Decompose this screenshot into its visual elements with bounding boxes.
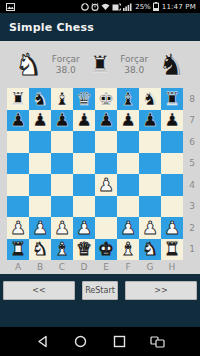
square-h2[interactable]: ♟ bbox=[161, 217, 183, 239]
square-g1[interactable]: ♞ bbox=[139, 239, 161, 261]
square-f8[interactable]: ♝ bbox=[117, 88, 139, 110]
square-f4[interactable] bbox=[117, 174, 139, 196]
square-d1[interactable]: ♛ bbox=[73, 239, 95, 261]
piece-white-rook: ♜ bbox=[10, 240, 26, 258]
piece-white-rook: ♜ bbox=[164, 240, 180, 258]
square-c1[interactable]: ♝ bbox=[51, 239, 73, 261]
piece-black-knight: ♞ bbox=[142, 90, 158, 108]
square-d7[interactable]: ♟ bbox=[73, 110, 95, 132]
square-b8[interactable]: ♞ bbox=[29, 88, 51, 110]
square-c4[interactable] bbox=[51, 174, 73, 196]
piece-white-pawn: ♟ bbox=[98, 176, 114, 194]
piece-black-queen: ♛ bbox=[76, 90, 92, 108]
data-saver-icon bbox=[81, 3, 89, 11]
square-d3[interactable] bbox=[73, 196, 95, 218]
square-a8[interactable]: ♜ bbox=[7, 88, 29, 110]
undo-button[interactable]: << bbox=[3, 281, 75, 300]
rank-label-6: 6 bbox=[185, 131, 199, 153]
piece-white-pawn: ♟ bbox=[164, 219, 180, 237]
piece-white-queen: ♛ bbox=[76, 240, 92, 258]
piece-black-bishop: ♝ bbox=[54, 90, 70, 108]
square-d5[interactable] bbox=[73, 153, 95, 175]
square-d2[interactable]: ♟ bbox=[73, 217, 95, 239]
square-b1[interactable]: ♞ bbox=[29, 239, 51, 261]
square-a5[interactable] bbox=[7, 153, 29, 175]
white-eval: Forçar 38.0 bbox=[52, 54, 80, 76]
info-row: ♞ Forçar 38.0 ♜ Forçar 38.0 ♞ bbox=[0, 41, 200, 88]
square-g7[interactable]: ♟ bbox=[139, 110, 161, 132]
piece-white-bishop: ♝ bbox=[54, 240, 70, 258]
back-icon[interactable] bbox=[32, 334, 52, 350]
square-b2[interactable]: ♟ bbox=[29, 217, 51, 239]
title-bar: Simple Chess bbox=[0, 13, 200, 41]
square-c3[interactable] bbox=[51, 196, 73, 218]
file-label-h: H bbox=[161, 260, 183, 274]
piece-black-pawn: ♟ bbox=[120, 111, 136, 129]
rank-label-1: 1 bbox=[185, 239, 199, 261]
square-f5[interactable] bbox=[117, 153, 139, 175]
square-c7[interactable]: ♟ bbox=[51, 110, 73, 132]
square-h1[interactable]: ♜ bbox=[161, 239, 183, 261]
square-a1[interactable]: ♜ bbox=[7, 239, 29, 261]
redo-button[interactable]: >> bbox=[125, 281, 197, 300]
square-a7[interactable]: ♟ bbox=[7, 110, 29, 132]
piece-black-pawn: ♟ bbox=[32, 111, 48, 129]
home-icon[interactable] bbox=[71, 334, 91, 350]
piece-black-bishop: ♝ bbox=[120, 90, 136, 108]
square-e3[interactable] bbox=[95, 196, 117, 218]
alarm-icon bbox=[91, 3, 99, 11]
square-e1[interactable]: ♚ bbox=[95, 239, 117, 261]
status-time: 11:47 PM bbox=[162, 3, 196, 11]
signal-icon bbox=[123, 3, 132, 11]
black-knight-icon: ♞ bbox=[158, 50, 185, 80]
rank-label-7: 7 bbox=[185, 110, 199, 132]
piece-black-pawn: ♟ bbox=[142, 111, 158, 129]
rank-labels: 87654321 bbox=[185, 88, 199, 260]
screenshot-icon bbox=[6, 3, 15, 11]
piece-black-pawn: ♟ bbox=[10, 111, 26, 129]
square-e8[interactable]: ♚ bbox=[95, 88, 117, 110]
square-c8[interactable]: ♝ bbox=[51, 88, 73, 110]
piece-black-rook: ♜ bbox=[10, 90, 26, 108]
piece-black-pawn: ♟ bbox=[164, 111, 180, 129]
dual-window-icon[interactable] bbox=[148, 334, 168, 350]
network-icon bbox=[112, 3, 121, 11]
square-a4[interactable] bbox=[7, 174, 29, 196]
rank-label-4: 4 bbox=[185, 174, 199, 196]
piece-black-knight: ♞ bbox=[32, 90, 48, 108]
square-f6[interactable] bbox=[117, 131, 139, 153]
black-eval-label: Forçar bbox=[120, 54, 148, 64]
square-e6[interactable] bbox=[95, 131, 117, 153]
battery-icon bbox=[153, 2, 159, 11]
recents-icon[interactable] bbox=[109, 334, 129, 350]
square-h8[interactable]: ♜ bbox=[161, 88, 183, 110]
piece-white-pawn: ♟ bbox=[54, 219, 70, 237]
square-f1[interactable]: ♝ bbox=[117, 239, 139, 261]
square-h6[interactable] bbox=[161, 131, 183, 153]
square-b6[interactable] bbox=[29, 131, 51, 153]
square-d6[interactable] bbox=[73, 131, 95, 153]
square-h7[interactable]: ♟ bbox=[161, 110, 183, 132]
square-b4[interactable] bbox=[29, 174, 51, 196]
square-c2[interactable]: ♟ bbox=[51, 217, 73, 239]
black-eval-value: 38.0 bbox=[124, 65, 144, 75]
rank-label-5: 5 bbox=[185, 153, 199, 175]
square-d4[interactable] bbox=[73, 174, 95, 196]
square-c6[interactable] bbox=[51, 131, 73, 153]
android-nav-bar bbox=[0, 327, 200, 356]
piece-black-pawn: ♟ bbox=[54, 111, 70, 129]
status-bar: 25% 11:47 PM bbox=[0, 0, 200, 13]
piece-white-pawn: ♟ bbox=[76, 219, 92, 237]
square-c5[interactable] bbox=[51, 153, 73, 175]
file-label-c: C bbox=[51, 260, 73, 274]
file-labels: ABCDEFGH bbox=[7, 260, 183, 274]
piece-black-king: ♚ bbox=[98, 90, 114, 108]
file-label-b: B bbox=[29, 260, 51, 274]
square-g2[interactable]: ♟ bbox=[139, 217, 161, 239]
piece-white-bishop: ♝ bbox=[120, 240, 136, 258]
app-title: Simple Chess bbox=[9, 21, 94, 34]
square-e7[interactable]: ♟ bbox=[95, 110, 117, 132]
square-b3[interactable] bbox=[29, 196, 51, 218]
restart-button[interactable]: ReStart bbox=[82, 281, 118, 300]
piece-white-knight: ♞ bbox=[142, 240, 158, 258]
square-g8[interactable]: ♞ bbox=[139, 88, 161, 110]
square-a2[interactable]: ♟ bbox=[7, 217, 29, 239]
square-d8[interactable]: ♛ bbox=[73, 88, 95, 110]
square-a6[interactable] bbox=[7, 131, 29, 153]
phone-screen: 25% 11:47 PM Simple Chess ♞ Forçar 38.0 … bbox=[0, 0, 200, 356]
square-f7[interactable]: ♟ bbox=[117, 110, 139, 132]
square-f3[interactable] bbox=[117, 196, 139, 218]
square-f2[interactable]: ♟ bbox=[117, 217, 139, 239]
square-e4[interactable]: ♟ bbox=[95, 174, 117, 196]
piece-white-pawn: ♟ bbox=[32, 219, 48, 237]
black-eval: Forçar 38.0 bbox=[120, 54, 148, 76]
square-h5[interactable] bbox=[161, 153, 183, 175]
chess-board: ♜♞♝♛♚♝♞♜♟♟♟♟♟♟♟♟♟♟♟♟♟♟♟♟♜♞♝♛♚♝♞♜ bbox=[7, 88, 183, 260]
square-e5[interactable] bbox=[95, 153, 117, 175]
square-g3[interactable] bbox=[139, 196, 161, 218]
piece-white-king: ♚ bbox=[98, 240, 114, 258]
piece-white-knight: ♞ bbox=[32, 240, 48, 258]
piece-white-pawn: ♟ bbox=[142, 219, 158, 237]
file-label-e: E bbox=[95, 260, 117, 274]
square-h3[interactable] bbox=[161, 196, 183, 218]
square-b5[interactable] bbox=[29, 153, 51, 175]
file-label-g: G bbox=[139, 260, 161, 274]
piece-black-pawn: ♟ bbox=[76, 111, 92, 129]
piece-black-rook: ♜ bbox=[164, 90, 180, 108]
battery-percent: 25% bbox=[135, 3, 151, 11]
piece-black-pawn: ♟ bbox=[98, 111, 114, 129]
square-g6[interactable] bbox=[139, 131, 161, 153]
piece-white-pawn: ♟ bbox=[120, 219, 136, 237]
file-label-f: F bbox=[117, 260, 139, 274]
file-label-d: D bbox=[73, 260, 95, 274]
rank-label-8: 8 bbox=[185, 88, 199, 110]
square-h4[interactable] bbox=[161, 174, 183, 196]
white-knight-icon: ♞ bbox=[15, 50, 42, 80]
square-e2[interactable] bbox=[95, 217, 117, 239]
wifi-icon bbox=[101, 3, 110, 11]
piece-white-pawn: ♟ bbox=[10, 219, 26, 237]
square-g4[interactable] bbox=[139, 174, 161, 196]
white-eval-label: Forçar bbox=[52, 54, 80, 64]
file-label-a: A bbox=[7, 260, 29, 274]
controls: << ReStart >> bbox=[0, 281, 200, 300]
rank-label-2: 2 bbox=[185, 217, 199, 239]
square-g5[interactable] bbox=[139, 153, 161, 175]
rank-label-3: 3 bbox=[185, 196, 199, 218]
white-eval-value: 38.0 bbox=[56, 65, 76, 75]
black-rook-icon: ♜ bbox=[90, 53, 111, 76]
square-a3[interactable] bbox=[7, 196, 29, 218]
square-b7[interactable]: ♟ bbox=[29, 110, 51, 132]
